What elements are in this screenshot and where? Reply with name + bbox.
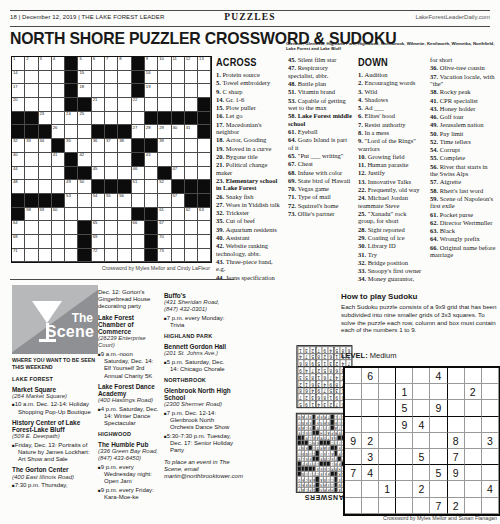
crossword-cell[interactable]: 68 (12, 235, 25, 249)
crossword-cell[interactable] (118, 249, 131, 263)
crossword-cell[interactable]: 37 (105, 139, 118, 153)
crossword-answer-black-cell (334, 476, 338, 481)
crossword-cell-number: 25 (79, 112, 84, 116)
crossword-cell[interactable] (52, 84, 65, 98)
crossword-cell[interactable]: 52 (158, 180, 171, 194)
sudoku-empty-cell[interactable] (345, 498, 362, 514)
crossword-cell[interactable] (172, 235, 185, 249)
crossword-cell[interactable]: 1 (12, 57, 25, 71)
crossword-cell[interactable]: 19 (145, 84, 158, 98)
crossword-cell-number: 44 (13, 167, 18, 171)
crossword-cell[interactable]: 27 (132, 125, 145, 139)
crossword-cell[interactable] (78, 194, 91, 208)
crossword-cell[interactable] (132, 112, 145, 126)
sudoku-empty-cell[interactable] (396, 465, 413, 481)
crossword-cell[interactable] (39, 167, 52, 181)
crossword-cell[interactable] (78, 125, 91, 139)
sudoku-empty-cell[interactable] (379, 368, 396, 384)
sudoku-empty-cell[interactable] (465, 449, 482, 465)
crossword-cell[interactable]: 6 (92, 57, 105, 71)
crossword-cell-number: 11 (172, 57, 176, 61)
clue: 58. Lake Forest middle school (288, 112, 354, 127)
crossword-cell[interactable] (39, 249, 52, 263)
crossword-cell[interactable]: 25 (78, 112, 91, 126)
crossword-cell[interactable] (105, 167, 118, 181)
crossword-cell[interactable] (198, 139, 211, 153)
clue-number: 8. (358, 129, 365, 136)
crossword-cell[interactable] (198, 71, 211, 85)
crossword-cell[interactable] (65, 235, 78, 249)
scene-venue-address: (509 E. Deerpath) (12, 433, 91, 440)
crossword-cell[interactable]: 70 (158, 235, 171, 249)
crossword-cell[interactable] (25, 98, 38, 112)
clue-number: 62. (430, 219, 440, 226)
sudoku-empty-cell[interactable] (396, 449, 413, 465)
clue-number: 40. (216, 234, 226, 241)
sudoku-empty-cell[interactable] (345, 449, 362, 465)
crossword-cell[interactable] (25, 153, 38, 167)
crossword-cell[interactable] (65, 249, 78, 263)
crossword-cell-number: 68 (13, 235, 18, 239)
crossword-cell[interactable] (105, 71, 118, 85)
sudoku-empty-cell[interactable] (482, 368, 499, 384)
crossword-cell[interactable]: 57 (172, 194, 185, 208)
crossword-cell[interactable] (65, 125, 78, 139)
crossword-cell[interactable]: 13 (198, 57, 211, 71)
crossword-cell[interactable]: 9 (145, 57, 158, 71)
crossword-cell[interactable] (92, 71, 105, 85)
crossword-cell[interactable]: 51 (132, 180, 145, 194)
crossword-cell[interactable]: 45 (92, 167, 105, 181)
sudoku-empty-cell[interactable] (396, 498, 413, 514)
sudoku-empty-cell[interactable] (482, 384, 499, 400)
crossword-cell[interactable] (105, 221, 118, 235)
crossword-answer-cell: C (308, 440, 312, 445)
crossword-black-cell (145, 208, 158, 222)
sudoku-answer-cell: 6 (309, 380, 315, 387)
crossword-cell[interactable] (172, 139, 185, 153)
crossword-cell[interactable]: 66 (132, 221, 145, 235)
clue-number: 59. (430, 195, 440, 202)
crossword-cell[interactable]: 64 (12, 221, 25, 235)
crossword-cell[interactable]: 41 (52, 153, 65, 167)
crossword-cell[interactable] (52, 167, 65, 181)
crossword-cell[interactable]: 3 (39, 57, 52, 71)
crossword-cell[interactable]: 35 (65, 139, 78, 153)
sudoku-empty-cell[interactable] (465, 400, 482, 416)
scene-event: ■5:30-7:30 p.m. Tuesday, Dec. 17: Senior… (164, 433, 234, 455)
scene-event: ■10 a.m. Dec. 12-14: Holiday Shopping Po… (12, 401, 91, 415)
crossword-black-cell (132, 57, 145, 71)
sudoku-empty-cell[interactable] (362, 400, 379, 416)
crossword-cell[interactable] (172, 221, 185, 235)
crossword-cell[interactable] (52, 249, 65, 263)
crossword-cell[interactable]: 8 (118, 57, 131, 71)
crossword-answer-cell: T (323, 424, 327, 429)
crossword-answer-black-cell (323, 440, 327, 445)
crossword-cell[interactable] (158, 153, 171, 167)
crossword-cell[interactable] (78, 139, 91, 153)
sudoku-empty-cell[interactable] (345, 417, 362, 433)
sudoku-empty-cell[interactable] (482, 465, 499, 481)
crossword-cell[interactable] (25, 249, 38, 263)
sudoku-empty-cell[interactable] (482, 449, 499, 465)
crossword-cell[interactable] (39, 221, 52, 235)
clue-number: 55. (430, 154, 440, 161)
crossword-cell[interactable]: 30 (172, 125, 185, 139)
sudoku-empty-cell[interactable] (345, 400, 362, 416)
crossword-cell[interactable]: 10 (158, 57, 171, 71)
sudoku-answer-cell: 9 (321, 346, 327, 353)
crossword-cell[interactable] (52, 235, 65, 249)
sudoku-empty-cell[interactable] (396, 481, 413, 497)
sudoku-empty-cell[interactable] (430, 481, 447, 497)
clue: 23. Elementary school in Lake Forest (216, 177, 282, 192)
sudoku-empty-cell[interactable] (413, 465, 430, 481)
sudoku-answer-cell: 8 (333, 380, 339, 387)
crossword-cell[interactable] (105, 235, 118, 249)
crossword-answer-cell: L (334, 414, 338, 419)
crossword-cell[interactable]: 69 (92, 235, 105, 249)
crossword-cell[interactable] (198, 153, 211, 167)
crossword-answer-cell: M (297, 424, 301, 429)
crossword-black-cell (145, 235, 158, 249)
crossword-answer-cell: I (334, 440, 338, 445)
crossword-cell[interactable] (158, 194, 171, 208)
sudoku-empty-cell[interactable] (413, 384, 430, 400)
crossword-cell[interactable] (185, 153, 198, 167)
scene-venue-name: The Humble Pub (98, 441, 159, 448)
crossword-cell[interactable] (172, 71, 185, 85)
crossword-cell[interactable] (118, 153, 131, 167)
sudoku-attribution: Crossword by Myles Mellor and Susan Flan… (297, 515, 497, 521)
sudoku-answer-cell: 8 (321, 394, 327, 401)
crossword-cell[interactable] (25, 235, 38, 249)
clue-number: 57. (430, 178, 440, 185)
crossword-cell[interactable]: 23 (39, 112, 52, 126)
crossword-cell[interactable] (105, 153, 118, 167)
crossword-cell[interactable]: 21 (92, 98, 105, 112)
crossword-cell[interactable] (185, 221, 198, 235)
sudoku-howto-text: Each Sudoku puzzle consists of a 9x9 gri… (341, 303, 499, 334)
scene-region-header: LAKE FOREST (12, 376, 91, 383)
sudoku-empty-cell[interactable] (413, 368, 430, 384)
crossword-cell[interactable]: 47 (172, 167, 185, 181)
clue: 19. Moved in a curve (216, 145, 282, 152)
crossword-cell[interactable]: 44 (12, 167, 25, 181)
crossword-cell[interactable] (158, 84, 171, 98)
crossword-cell[interactable] (185, 235, 198, 249)
crossword-cell[interactable] (118, 167, 131, 181)
crossword-cell[interactable]: 59 (39, 208, 52, 222)
sudoku-empty-cell[interactable] (379, 449, 396, 465)
crossword-answer-cell: T (297, 445, 301, 450)
sudoku-empty-cell[interactable] (482, 498, 499, 514)
crossword-answer-black-cell (337, 456, 341, 461)
crossword-cell[interactable] (132, 249, 145, 263)
sudoku-empty-cell[interactable] (379, 417, 396, 433)
crossword-cell[interactable]: 60 (52, 208, 65, 222)
crossword-cell[interactable]: 71 (12, 249, 25, 263)
crossword-cell[interactable]: 62 (185, 208, 198, 222)
crossword-cell[interactable]: 38 (118, 139, 131, 153)
clue: 40. Assistant (216, 234, 282, 241)
crossword-cell[interactable] (78, 208, 91, 222)
crossword-cell[interactable]: 29 (158, 125, 171, 139)
crossword-black-cell (198, 125, 211, 139)
crossword-cell[interactable] (172, 249, 185, 263)
clue-number: 24. (358, 194, 368, 201)
sudoku-answer-cell: 2 (321, 353, 327, 360)
crossword-cell[interactable]: 53 (65, 194, 78, 208)
crossword-cell[interactable]: 2 (25, 57, 38, 71)
crossword-cell[interactable] (118, 235, 131, 249)
crossword-answer-cell: A (315, 435, 319, 440)
crossword-cell[interactable]: 72 (92, 249, 105, 263)
crossword-cell[interactable] (118, 71, 131, 85)
crossword-cell[interactable] (198, 235, 211, 249)
sudoku-empty-cell[interactable] (465, 433, 482, 449)
crossword-cell[interactable] (105, 208, 118, 222)
crossword-cell[interactable]: 15 (78, 71, 91, 85)
crossword-cell[interactable] (92, 153, 105, 167)
crossword-cell[interactable] (25, 167, 38, 181)
crossword-cell[interactable] (52, 98, 65, 112)
crossword-cell[interactable]: 63 (198, 208, 211, 222)
crossword-cell[interactable] (158, 98, 171, 112)
crossword-cell[interactable]: 40 (12, 153, 25, 167)
sudoku-empty-cell[interactable] (379, 498, 396, 514)
crossword-cell[interactable] (145, 98, 158, 112)
sudoku-empty-cell[interactable] (430, 433, 447, 449)
crossword-cell[interactable] (185, 139, 198, 153)
crossword-cell[interactable] (92, 112, 105, 126)
crossword-cell[interactable]: 7 (105, 57, 118, 71)
crossword-cell[interactable] (132, 194, 145, 208)
crossword-answer-cell: A (330, 450, 334, 455)
crossword-cell[interactable] (172, 98, 185, 112)
clue-number: 4. (358, 96, 365, 103)
event-bullet-square-icon: ■ (98, 406, 101, 411)
sudoku-empty-cell[interactable] (396, 433, 413, 449)
sudoku-empty-cell[interactable] (430, 384, 447, 400)
sudoku-empty-cell[interactable] (465, 417, 482, 433)
crossword-cell[interactable] (25, 221, 38, 235)
sudoku-empty-cell[interactable] (362, 481, 379, 497)
sudoku-empty-cell[interactable] (362, 384, 379, 400)
crossword-cell[interactable]: 4 (52, 57, 65, 71)
crossword-cell[interactable] (132, 235, 145, 249)
crossword-cell[interactable]: 46 (132, 167, 145, 181)
crossword-cell[interactable] (185, 98, 198, 112)
crossword-cell[interactable]: 36 (92, 139, 105, 153)
crossword-cell[interactable]: 39 (158, 139, 171, 153)
crossword-cell[interactable] (172, 153, 185, 167)
crossword-answer-cell: N (315, 424, 319, 429)
sudoku-empty-cell[interactable] (379, 433, 396, 449)
sudoku-empty-cell[interactable] (448, 481, 465, 497)
crossword-black-cell (158, 112, 171, 126)
crossword-cell[interactable]: 58 (25, 208, 38, 222)
sudoku-empty-cell[interactable] (448, 417, 465, 433)
crossword-cell[interactable]: 43 (145, 153, 158, 167)
crossword-cell[interactable] (145, 180, 158, 194)
crossword-cell[interactable] (172, 208, 185, 222)
crossword-cell[interactable] (39, 153, 52, 167)
crossword-cell[interactable] (198, 167, 211, 181)
sudoku-empty-cell[interactable] (379, 384, 396, 400)
sudoku-empty-cell[interactable] (448, 384, 465, 400)
crossword-answer-cell: T (312, 471, 316, 476)
sudoku-empty-cell[interactable] (465, 368, 482, 384)
crossword-cell[interactable] (25, 180, 38, 194)
crossword-answer-black-cell (319, 461, 323, 466)
crossword-cell[interactable]: 55 (105, 194, 118, 208)
crossword-cell[interactable]: 28 (145, 125, 158, 139)
crossword-cell[interactable] (105, 112, 118, 126)
crossword-cell[interactable] (185, 71, 198, 85)
sudoku-empty-cell[interactable] (430, 449, 447, 465)
crossword-cell[interactable]: 67 (158, 221, 171, 235)
crossword-black-cell (158, 167, 171, 181)
crossword-cell[interactable] (39, 98, 52, 112)
crossword-cell[interactable] (198, 84, 211, 98)
crossword-cell[interactable]: 5 (78, 57, 91, 71)
clue-number: 11. (358, 161, 367, 168)
sudoku-empty-cell[interactable] (413, 433, 430, 449)
crossword-cell[interactable] (145, 167, 158, 181)
crossword-cell[interactable]: 49 (65, 180, 78, 194)
crossword-cell[interactable]: 26 (52, 125, 65, 139)
crossword-cell[interactable]: 48 (12, 180, 25, 194)
crossword-answer-black-cell (301, 466, 305, 471)
sudoku-empty-cell[interactable] (362, 498, 379, 514)
crossword-cell[interactable] (39, 84, 52, 98)
sudoku-empty-cell[interactable] (465, 481, 482, 497)
crossword-answer-cell: Y (312, 461, 316, 466)
crossword-cell-number: 61 (159, 208, 164, 212)
sudoku-empty-cell[interactable] (379, 400, 396, 416)
clue-number: 1. (358, 71, 365, 78)
crossword-cell[interactable]: 31 (185, 125, 198, 139)
crossword-cell[interactable]: 12 (185, 57, 198, 71)
crossword-cell[interactable] (52, 180, 65, 194)
crossword-cell[interactable] (105, 249, 118, 263)
sudoku-empty-cell[interactable] (345, 384, 362, 400)
crossword-cell[interactable]: 54 (92, 194, 105, 208)
crossword-cell[interactable] (65, 221, 78, 235)
sudoku-empty-cell[interactable] (379, 465, 396, 481)
sudoku-empty-cell[interactable] (345, 368, 362, 384)
sudoku-empty-cell[interactable] (362, 417, 379, 433)
crossword-cell[interactable] (118, 221, 131, 235)
crossword-cell[interactable]: 16 (145, 71, 158, 85)
scene-region-header: HIGHWOOD (98, 431, 159, 438)
sudoku-empty-cell[interactable] (345, 481, 362, 497)
crossword-cell-number: 8 (119, 57, 121, 61)
crossword-cell[interactable] (118, 208, 131, 222)
sudoku-answer-cell: 8 (327, 366, 333, 373)
crossword-cell[interactable] (145, 194, 158, 208)
crossword-cell[interactable]: 56 (118, 194, 131, 208)
clue: 4. Shadows (358, 96, 424, 103)
crossword-cell[interactable]: 20 (12, 98, 25, 112)
crossword-cell[interactable] (92, 208, 105, 222)
crossword-answer-black-cell (312, 419, 316, 424)
crossword-cell[interactable] (39, 71, 52, 85)
crossword-cell[interactable] (185, 249, 198, 263)
crossword-cell[interactable] (185, 167, 198, 181)
crossword-cell[interactable]: 11 (172, 57, 185, 71)
crossword-cell[interactable] (25, 71, 38, 85)
crossword-cell[interactable]: 14 (12, 71, 25, 85)
crossword-answer-cell: M (304, 450, 308, 455)
crossword-cell[interactable] (118, 112, 131, 126)
sudoku-empty-cell[interactable] (482, 400, 499, 416)
crossword-cell[interactable]: 42 (78, 153, 91, 167)
clue-number: 28. (358, 226, 368, 233)
crossword-cell[interactable]: 32 (12, 139, 25, 153)
sudoku-empty-cell[interactable] (465, 498, 482, 514)
sudoku-empty-cell[interactable] (396, 368, 413, 384)
crossword-cell[interactable]: 33 (25, 139, 38, 153)
crossword-cell[interactable] (105, 84, 118, 98)
crossword-cell-number: 4 (53, 57, 55, 61)
crossword-cell[interactable] (92, 84, 105, 98)
crossword-cell[interactable]: 34 (39, 139, 52, 153)
crossword-cell[interactable] (118, 84, 131, 98)
sudoku-level-value: Medium (370, 351, 397, 360)
crossword-cell[interactable] (185, 84, 198, 98)
crossword-cell[interactable] (52, 71, 65, 85)
crossword-cell-number: 20 (13, 98, 18, 102)
crossword-cell[interactable]: 50 (78, 180, 91, 194)
crossword-cell[interactable]: 22 (132, 98, 145, 112)
sudoku-empty-cell[interactable] (482, 417, 499, 433)
sudoku-empty-cell[interactable] (448, 400, 465, 416)
crossword-cell[interactable] (198, 221, 211, 235)
crossword-cell[interactable] (172, 84, 185, 98)
crossword-black-cell (92, 180, 105, 194)
sudoku-given-cell: 7 (345, 465, 362, 481)
crossword-cell[interactable]: 17 (12, 84, 25, 98)
crossword-cell[interactable] (105, 98, 118, 112)
sudoku-empty-cell[interactable] (465, 465, 482, 481)
crossword-cell[interactable] (158, 71, 171, 85)
crossword-cell[interactable]: 65 (92, 221, 105, 235)
sudoku-empty-cell[interactable] (430, 417, 447, 433)
crossword-cell[interactable] (39, 180, 52, 194)
crossword-cell[interactable]: 61 (158, 208, 171, 222)
crossword-cell[interactable] (39, 235, 52, 249)
crossword-cell[interactable] (65, 208, 78, 222)
crossword-cell[interactable]: 24 (65, 112, 78, 126)
crossword-cell[interactable] (52, 112, 65, 126)
crossword-cell[interactable] (52, 221, 65, 235)
sudoku-empty-cell[interactable] (448, 368, 465, 384)
crossword-cell[interactable]: 18 (78, 84, 91, 98)
crossword-cell[interactable] (25, 84, 38, 98)
clue: 53. Capable of getting wet to the max (288, 97, 354, 112)
crossword-cell[interactable] (118, 98, 131, 112)
crossword-cell[interactable] (198, 249, 211, 263)
sudoku-empty-cell[interactable] (413, 498, 430, 514)
header-website: LakeForestLeaderDaily.com (415, 14, 490, 20)
crossword-cell[interactable]: 73 (158, 249, 171, 263)
sudoku-empty-cell[interactable] (413, 400, 430, 416)
clue-number: 32. (358, 259, 368, 266)
event-bullet-square-icon: ■ (98, 351, 101, 356)
